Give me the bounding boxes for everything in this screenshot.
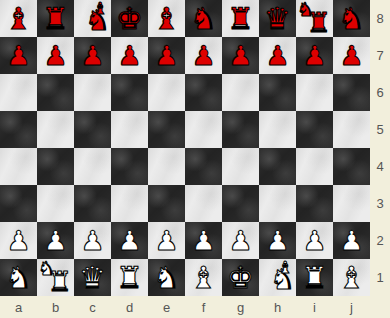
square-j4[interactable] (333, 148, 370, 185)
piece-white-pawn: ♟ (74, 222, 111, 259)
piece-red-pawn: ♟ (185, 37, 222, 74)
piece-red-rook: ♜ (222, 0, 259, 37)
square-j2[interactable]: ♟ (333, 222, 370, 259)
piece-white-pawn: ♟ (185, 222, 222, 259)
file-label-g: g (222, 296, 259, 318)
piece-white-queen: ♛ (74, 259, 111, 296)
piece-white-pawn: ♟ (111, 222, 148, 259)
piece-white-chancellor: ♜♞ (37, 259, 74, 296)
piece-red-pawn: ♟ (111, 37, 148, 74)
square-j8[interactable]: ♞ (333, 0, 370, 37)
square-f8[interactable]: ♞ (185, 0, 222, 37)
square-j3[interactable] (333, 185, 370, 222)
square-i5[interactable] (296, 111, 333, 148)
square-b5[interactable] (37, 111, 74, 148)
square-i4[interactable] (296, 148, 333, 185)
piece-red-pawn: ♟ (148, 37, 185, 74)
square-c2[interactable]: ♟ (74, 222, 111, 259)
square-f6[interactable] (185, 74, 222, 111)
square-h6[interactable] (259, 74, 296, 111)
piece-red-pawn: ♟ (74, 37, 111, 74)
square-b4[interactable] (37, 148, 74, 185)
square-e8[interactable]: ♝ (148, 0, 185, 37)
square-d2[interactable]: ♟ (111, 222, 148, 259)
square-g6[interactable] (222, 74, 259, 111)
piece-white-king: ♚ (222, 259, 259, 296)
square-i6[interactable] (296, 74, 333, 111)
square-i3[interactable] (296, 185, 333, 222)
piece-white-bishop: ♝ (333, 259, 370, 296)
piece-red-pawn: ♟ (296, 37, 333, 74)
square-c1[interactable]: ♛ (74, 259, 111, 296)
square-g5[interactable] (222, 111, 259, 148)
square-c6[interactable] (74, 74, 111, 111)
square-j7[interactable]: ♟ (333, 37, 370, 74)
piece-red-pawn: ♟ (259, 37, 296, 74)
square-c3[interactable] (74, 185, 111, 222)
square-g2[interactable]: ♟ (222, 222, 259, 259)
rank-label-2: 2 (370, 222, 390, 259)
square-i1[interactable]: ♜ (296, 259, 333, 296)
square-f2[interactable]: ♟ (185, 222, 222, 259)
piece-red-knight: ♞ (333, 0, 370, 37)
square-f7[interactable]: ♟ (185, 37, 222, 74)
label-corner (370, 296, 390, 318)
piece-red-bishop: ♝ (148, 0, 185, 37)
square-a5[interactable] (0, 111, 37, 148)
square-g1[interactable]: ♚ (222, 259, 259, 296)
square-h5[interactable] (259, 111, 296, 148)
piece-white-archbishop: ♞♝ (259, 259, 296, 296)
square-j5[interactable] (333, 111, 370, 148)
square-c8[interactable]: ♞♝ (74, 0, 111, 37)
file-label-h: h (259, 296, 296, 318)
square-a2[interactable]: ♟ (0, 222, 37, 259)
square-d3[interactable] (111, 185, 148, 222)
square-c4[interactable] (74, 148, 111, 185)
square-g8[interactable]: ♜ (222, 0, 259, 37)
square-d1[interactable]: ♜ (111, 259, 148, 296)
piece-white-pawn: ♟ (296, 222, 333, 259)
file-label-e: e (148, 296, 185, 318)
piece-red-knight: ♞ (185, 0, 222, 37)
square-e3[interactable] (148, 185, 185, 222)
square-g3[interactable] (222, 185, 259, 222)
square-h7[interactable]: ♟ (259, 37, 296, 74)
square-b8[interactable]: ♜ (37, 0, 74, 37)
piece-red-rook: ♜ (37, 0, 74, 37)
square-a7[interactable]: ♟ (0, 37, 37, 74)
rank-label-1: 1 (370, 259, 390, 296)
board-widget: ♝♜♞♝♚♝♞♜♛♜♞♞♟♟♟♟♟♟♟♟♟♟♟♟♟♟♟♟♟♟♟♟♞♜♞♛♜♞♝♚… (0, 0, 390, 318)
rank-label-7: 7 (370, 37, 390, 74)
square-g4[interactable] (222, 148, 259, 185)
square-h2[interactable]: ♟ (259, 222, 296, 259)
file-label-j: j (333, 296, 370, 318)
piece-white-pawn: ♟ (333, 222, 370, 259)
piece-red-pawn: ♟ (0, 37, 37, 74)
piece-white-pawn: ♟ (259, 222, 296, 259)
square-i8[interactable]: ♜♞ (296, 0, 333, 37)
square-a3[interactable] (0, 185, 37, 222)
square-a6[interactable] (0, 74, 37, 111)
square-b7[interactable]: ♟ (37, 37, 74, 74)
square-e6[interactable] (148, 74, 185, 111)
square-a8[interactable]: ♝ (0, 0, 37, 37)
piece-red-king: ♚ (111, 0, 148, 37)
square-j6[interactable] (333, 74, 370, 111)
square-h1[interactable]: ♞♝ (259, 259, 296, 296)
piece-red-bishop: ♝ (0, 0, 37, 37)
square-d7[interactable]: ♟ (111, 37, 148, 74)
piece-red-chancellor: ♜♞ (296, 0, 333, 37)
piece-white-bishop: ♝ (185, 259, 222, 296)
file-label-i: i (296, 296, 333, 318)
square-i2[interactable]: ♟ (296, 222, 333, 259)
piece-red-pawn: ♟ (37, 37, 74, 74)
square-f4[interactable] (185, 148, 222, 185)
square-d6[interactable] (111, 74, 148, 111)
square-f3[interactable] (185, 185, 222, 222)
piece-red-archbishop: ♞♝ (74, 0, 111, 37)
square-c5[interactable] (74, 111, 111, 148)
square-c7[interactable]: ♟ (74, 37, 111, 74)
piece-white-pawn: ♟ (37, 222, 74, 259)
rank-label-8: 8 (370, 0, 390, 37)
square-a1[interactable]: ♞ (0, 259, 37, 296)
piece-white-rook: ♜ (111, 259, 148, 296)
rank-label-6: 6 (370, 74, 390, 111)
piece-red-pawn: ♟ (333, 37, 370, 74)
piece-white-pawn: ♟ (222, 222, 259, 259)
square-e1[interactable]: ♞ (148, 259, 185, 296)
square-d5[interactable] (111, 111, 148, 148)
piece-white-knight: ♞ (0, 259, 37, 296)
piece-white-knight: ♞ (148, 259, 185, 296)
square-i7[interactable]: ♟ (296, 37, 333, 74)
rank-label-5: 5 (370, 111, 390, 148)
square-j1[interactable]: ♝ (333, 259, 370, 296)
square-e4[interactable] (148, 148, 185, 185)
file-label-b: b (37, 296, 74, 318)
square-b6[interactable] (37, 74, 74, 111)
file-label-d: d (111, 296, 148, 318)
square-a4[interactable] (0, 148, 37, 185)
piece-red-pawn: ♟ (222, 37, 259, 74)
piece-white-pawn: ♟ (148, 222, 185, 259)
square-g7[interactable]: ♟ (222, 37, 259, 74)
piece-white-pawn: ♟ (0, 222, 37, 259)
piece-white-rook: ♜ (296, 259, 333, 296)
square-d8[interactable]: ♚ (111, 0, 148, 37)
chess-board: ♝♜♞♝♚♝♞♜♛♜♞♞♟♟♟♟♟♟♟♟♟♟♟♟♟♟♟♟♟♟♟♟♞♜♞♛♜♞♝♚… (0, 0, 370, 296)
file-labels: abcdefghij (0, 296, 370, 318)
piece-red-queen: ♛ (259, 0, 296, 37)
square-e7[interactable]: ♟ (148, 37, 185, 74)
square-b1[interactable]: ♜♞ (37, 259, 74, 296)
rank-labels: 87654321 (370, 0, 390, 296)
square-f5[interactable] (185, 111, 222, 148)
file-label-f: f (185, 296, 222, 318)
file-label-c: c (74, 296, 111, 318)
square-e5[interactable] (148, 111, 185, 148)
square-d4[interactable] (111, 148, 148, 185)
square-e2[interactable]: ♟ (148, 222, 185, 259)
square-b2[interactable]: ♟ (37, 222, 74, 259)
square-h8[interactable]: ♛ (259, 0, 296, 37)
rank-label-4: 4 (370, 148, 390, 185)
rank-label-3: 3 (370, 185, 390, 222)
file-label-a: a (0, 296, 37, 318)
square-b3[interactable] (37, 185, 74, 222)
square-h3[interactable] (259, 185, 296, 222)
square-f1[interactable]: ♝ (185, 259, 222, 296)
square-h4[interactable] (259, 148, 296, 185)
